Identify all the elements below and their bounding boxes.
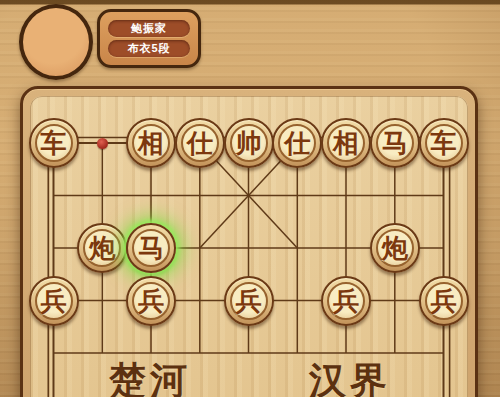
piece-soldier[interactable]: 兵: [419, 276, 469, 326]
piece-character: 车: [431, 130, 457, 156]
piece-soldier[interactable]: 兵: [126, 276, 176, 326]
piece-character: 炮: [89, 235, 115, 261]
piece-horse[interactable]: 马: [126, 223, 176, 273]
piece-character: 相: [333, 130, 359, 156]
piece-elephant[interactable]: 相: [321, 118, 371, 168]
piece-character: 车: [41, 130, 67, 156]
piece-soldier[interactable]: 兵: [321, 276, 371, 326]
piece-chariot[interactable]: 车: [419, 118, 469, 168]
piece-character: 马: [138, 235, 164, 261]
piece-character: 仕: [187, 130, 213, 156]
piece-character: 马: [382, 130, 408, 156]
piece-soldier[interactable]: 兵: [29, 276, 79, 326]
opponent-avatar[interactable]: [19, 4, 93, 80]
piece-character: 帅: [236, 130, 262, 156]
piece-elephant[interactable]: 相: [126, 118, 176, 168]
piece-character: 兵: [236, 288, 262, 314]
last-move-origin-marker: [97, 138, 108, 149]
piece-character: 仕: [284, 130, 310, 156]
piece-character: 炮: [382, 235, 408, 261]
piece-character: 兵: [333, 288, 359, 314]
piece-character: 相: [138, 130, 164, 156]
piece-character: 兵: [431, 288, 457, 314]
piece-advisor[interactable]: 仕: [175, 118, 225, 168]
piece-soldier[interactable]: 兵: [224, 276, 274, 326]
game-screen: 鲍振家 布衣5段 楚河 汉界 车相仕帅仕相马车炮马炮兵兵兵兵兵: [0, 0, 500, 397]
opponent-plate: 鲍振家 布衣5段: [97, 9, 201, 68]
river-label-right: 汉界: [309, 356, 391, 397]
piece-general[interactable]: 帅: [224, 118, 274, 168]
river-label-left: 楚河: [109, 356, 191, 397]
piece-character: 兵: [138, 288, 164, 314]
piece-chariot[interactable]: 车: [29, 118, 79, 168]
piece-advisor[interactable]: 仕: [272, 118, 322, 168]
opponent-name: 鲍振家: [108, 20, 190, 37]
piece-cannon[interactable]: 炮: [370, 223, 420, 273]
piece-horse[interactable]: 马: [370, 118, 420, 168]
opponent-rank: 布衣5段: [108, 40, 190, 57]
piece-cannon[interactable]: 炮: [77, 223, 127, 273]
piece-character: 兵: [41, 288, 67, 314]
